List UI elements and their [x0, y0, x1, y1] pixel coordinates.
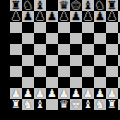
board-square[interactable]	[34, 44, 46, 55]
board-square[interactable]: ♟	[34, 11, 46, 22]
white-pawn[interactable]: ♟	[59, 88, 69, 99]
board-square[interactable]	[10, 55, 22, 66]
board-square[interactable]	[94, 66, 106, 77]
white-bishop[interactable]: ♝	[35, 99, 45, 110]
board-square[interactable]	[118, 44, 120, 55]
board-square[interactable]	[22, 66, 34, 77]
board-square[interactable]	[10, 33, 22, 44]
board-square[interactable]: ♟	[46, 11, 58, 22]
board-square[interactable]	[118, 99, 120, 110]
board-square[interactable]	[46, 55, 58, 66]
board-square[interactable]	[118, 88, 120, 99]
board-square[interactable]: ♞	[22, 99, 34, 110]
board-square[interactable]	[22, 22, 34, 33]
board-square[interactable]	[10, 77, 22, 88]
board-square[interactable]: ♝	[34, 99, 46, 110]
board-square[interactable]	[118, 66, 120, 77]
board-square[interactable]: ♟	[10, 88, 22, 99]
board-square[interactable]	[82, 66, 94, 77]
board-square[interactable]	[94, 44, 106, 55]
board-square[interactable]	[106, 66, 118, 77]
board-square[interactable]	[10, 44, 22, 55]
board-square[interactable]: ♟	[70, 88, 82, 99]
board-square[interactable]	[34, 33, 46, 44]
black-knight[interactable]: ♞	[95, 0, 105, 11]
black-knight[interactable]: ♞	[23, 0, 33, 11]
board-square[interactable]	[34, 55, 46, 66]
board-square[interactable]: ♟	[46, 88, 58, 99]
board-square[interactable]	[46, 44, 58, 55]
white-pawn[interactable]: ♟	[83, 88, 93, 99]
board-square[interactable]	[46, 0, 58, 11]
board-square[interactable]	[46, 99, 58, 110]
white-knight[interactable]: ♞	[23, 99, 33, 110]
black-pawn[interactable]: ♟	[95, 11, 105, 22]
board-square[interactable]: ♞	[94, 99, 106, 110]
white-pawn[interactable]: ♟	[95, 88, 105, 99]
board-square[interactable]: ♝	[34, 0, 46, 11]
board-square[interactable]	[70, 44, 82, 55]
board-square[interactable]: ♟	[22, 88, 34, 99]
black-pawn[interactable]: ♟	[35, 11, 45, 22]
board-square[interactable]	[58, 77, 70, 88]
board-square[interactable]	[82, 22, 94, 33]
board-square[interactable]	[70, 22, 82, 33]
board-square[interactable]: ♞	[22, 0, 34, 11]
board-square[interactable]: ♟	[22, 11, 34, 22]
white-pawn[interactable]: ♟	[11, 88, 21, 99]
white-king[interactable]: ♚	[71, 99, 81, 110]
board-square[interactable]: ♜	[10, 0, 22, 11]
board-square[interactable]	[118, 0, 120, 11]
board-square[interactable]	[106, 77, 118, 88]
board-square[interactable]: ♟	[82, 11, 94, 22]
board-square[interactable]	[58, 22, 70, 33]
board-square[interactable]: ♛	[58, 99, 70, 110]
black-rook[interactable]: ♜	[107, 0, 117, 11]
board-square[interactable]	[10, 66, 22, 77]
black-pawn[interactable]: ♟	[47, 11, 57, 22]
board-square[interactable]	[82, 77, 94, 88]
chess-board: ♜♞♝♛♚♝♞♜♟♟♟♟♟♟♟♟♟♟♟♟♟♟♟♟♟♟♜♞♝♛♚♝♞♜	[10, 0, 120, 110]
board-square[interactable]	[58, 33, 70, 44]
board-square[interactable]	[118, 22, 120, 33]
black-bishop[interactable]: ♝	[83, 0, 93, 11]
board-square[interactable]	[58, 66, 70, 77]
board-square[interactable]	[94, 22, 106, 33]
board-square[interactable]	[94, 33, 106, 44]
white-bishop[interactable]: ♝	[83, 99, 93, 110]
board-square[interactable]: ♝	[82, 99, 94, 110]
board-square[interactable]	[106, 22, 118, 33]
board-square[interactable]	[22, 33, 34, 44]
board-square[interactable]	[82, 55, 94, 66]
board-square[interactable]	[70, 33, 82, 44]
board-square[interactable]	[70, 66, 82, 77]
board-square[interactable]	[46, 33, 58, 44]
board-square[interactable]: ♟	[10, 11, 22, 22]
board-square[interactable]: ♜	[10, 99, 22, 110]
board-square[interactable]	[46, 22, 58, 33]
board-square[interactable]	[118, 77, 120, 88]
board-square[interactable]	[82, 33, 94, 44]
board-square[interactable]	[34, 77, 46, 88]
black-king[interactable]: ♚	[71, 0, 81, 11]
black-bishop[interactable]: ♝	[35, 0, 45, 11]
board-square[interactable]: ♟	[106, 88, 118, 99]
app-window: ♜♞♝♛♚♝♞♜♟♟♟♟♟♟♟♟♟♟♟♟♟♟♟♟♟♟♜♞♝♛♚♝♞♜	[0, 0, 120, 120]
black-pawn[interactable]: ♟	[23, 11, 33, 22]
board-square[interactable]	[34, 22, 46, 33]
black-pawn[interactable]: ♟	[107, 11, 117, 22]
white-queen[interactable]: ♛	[59, 99, 69, 110]
white-pawn[interactable]: ♟	[47, 88, 57, 99]
black-pawn[interactable]: ♟	[59, 11, 69, 22]
board-square[interactable]	[94, 77, 106, 88]
board-square[interactable]: ♚	[70, 0, 82, 11]
board-square[interactable]	[22, 77, 34, 88]
board-square[interactable]: ♟	[82, 88, 94, 99]
black-queen[interactable]: ♛	[59, 0, 69, 11]
board-square[interactable]	[46, 66, 58, 77]
board-square[interactable]: ♞	[94, 0, 106, 11]
board-square[interactable]	[58, 55, 70, 66]
board-square[interactable]: ♟	[70, 11, 82, 22]
board-square[interactable]: ♜	[106, 99, 118, 110]
board-square[interactable]	[34, 66, 46, 77]
black-pawn[interactable]: ♟	[11, 11, 21, 22]
white-pawn[interactable]: ♟	[35, 88, 45, 99]
board-square[interactable]	[22, 55, 34, 66]
board-square[interactable]	[118, 55, 120, 66]
board-square[interactable]: ♟	[106, 11, 118, 22]
board-square[interactable]	[58, 44, 70, 55]
white-pawn[interactable]: ♟	[71, 88, 81, 99]
board-square[interactable]	[46, 77, 58, 88]
board-square[interactable]	[70, 55, 82, 66]
board-square[interactable]: ♛	[58, 0, 70, 11]
board-square[interactable]	[106, 44, 118, 55]
white-pawn[interactable]: ♟	[107, 88, 117, 99]
board-square[interactable]: ♟	[94, 11, 106, 22]
white-rook[interactable]: ♜	[107, 99, 117, 110]
board-square[interactable]: ♟	[94, 88, 106, 99]
white-rook[interactable]: ♜	[11, 99, 21, 110]
board-square[interactable]	[94, 55, 106, 66]
board-square[interactable]	[10, 22, 22, 33]
board-square[interactable]: ♝	[82, 0, 94, 11]
board-square[interactable]	[22, 44, 34, 55]
black-pawn[interactable]: ♟	[71, 11, 81, 22]
board-square[interactable]: ♟	[58, 88, 70, 99]
board-square[interactable]: ♜	[106, 0, 118, 11]
board-square[interactable]: ♟	[34, 88, 46, 99]
board-square[interactable]	[118, 11, 120, 22]
board-square[interactable]: ♚	[70, 99, 82, 110]
black-rook[interactable]: ♜	[11, 0, 21, 11]
white-pawn[interactable]: ♟	[23, 88, 33, 99]
board-square[interactable]	[106, 33, 118, 44]
board-square[interactable]	[70, 77, 82, 88]
black-pawn[interactable]: ♟	[83, 11, 93, 22]
board-square[interactable]	[106, 55, 118, 66]
board-square[interactable]: ♟	[58, 11, 70, 22]
white-knight[interactable]: ♞	[95, 99, 105, 110]
board-square[interactable]	[82, 44, 94, 55]
board-square[interactable]	[118, 33, 120, 44]
